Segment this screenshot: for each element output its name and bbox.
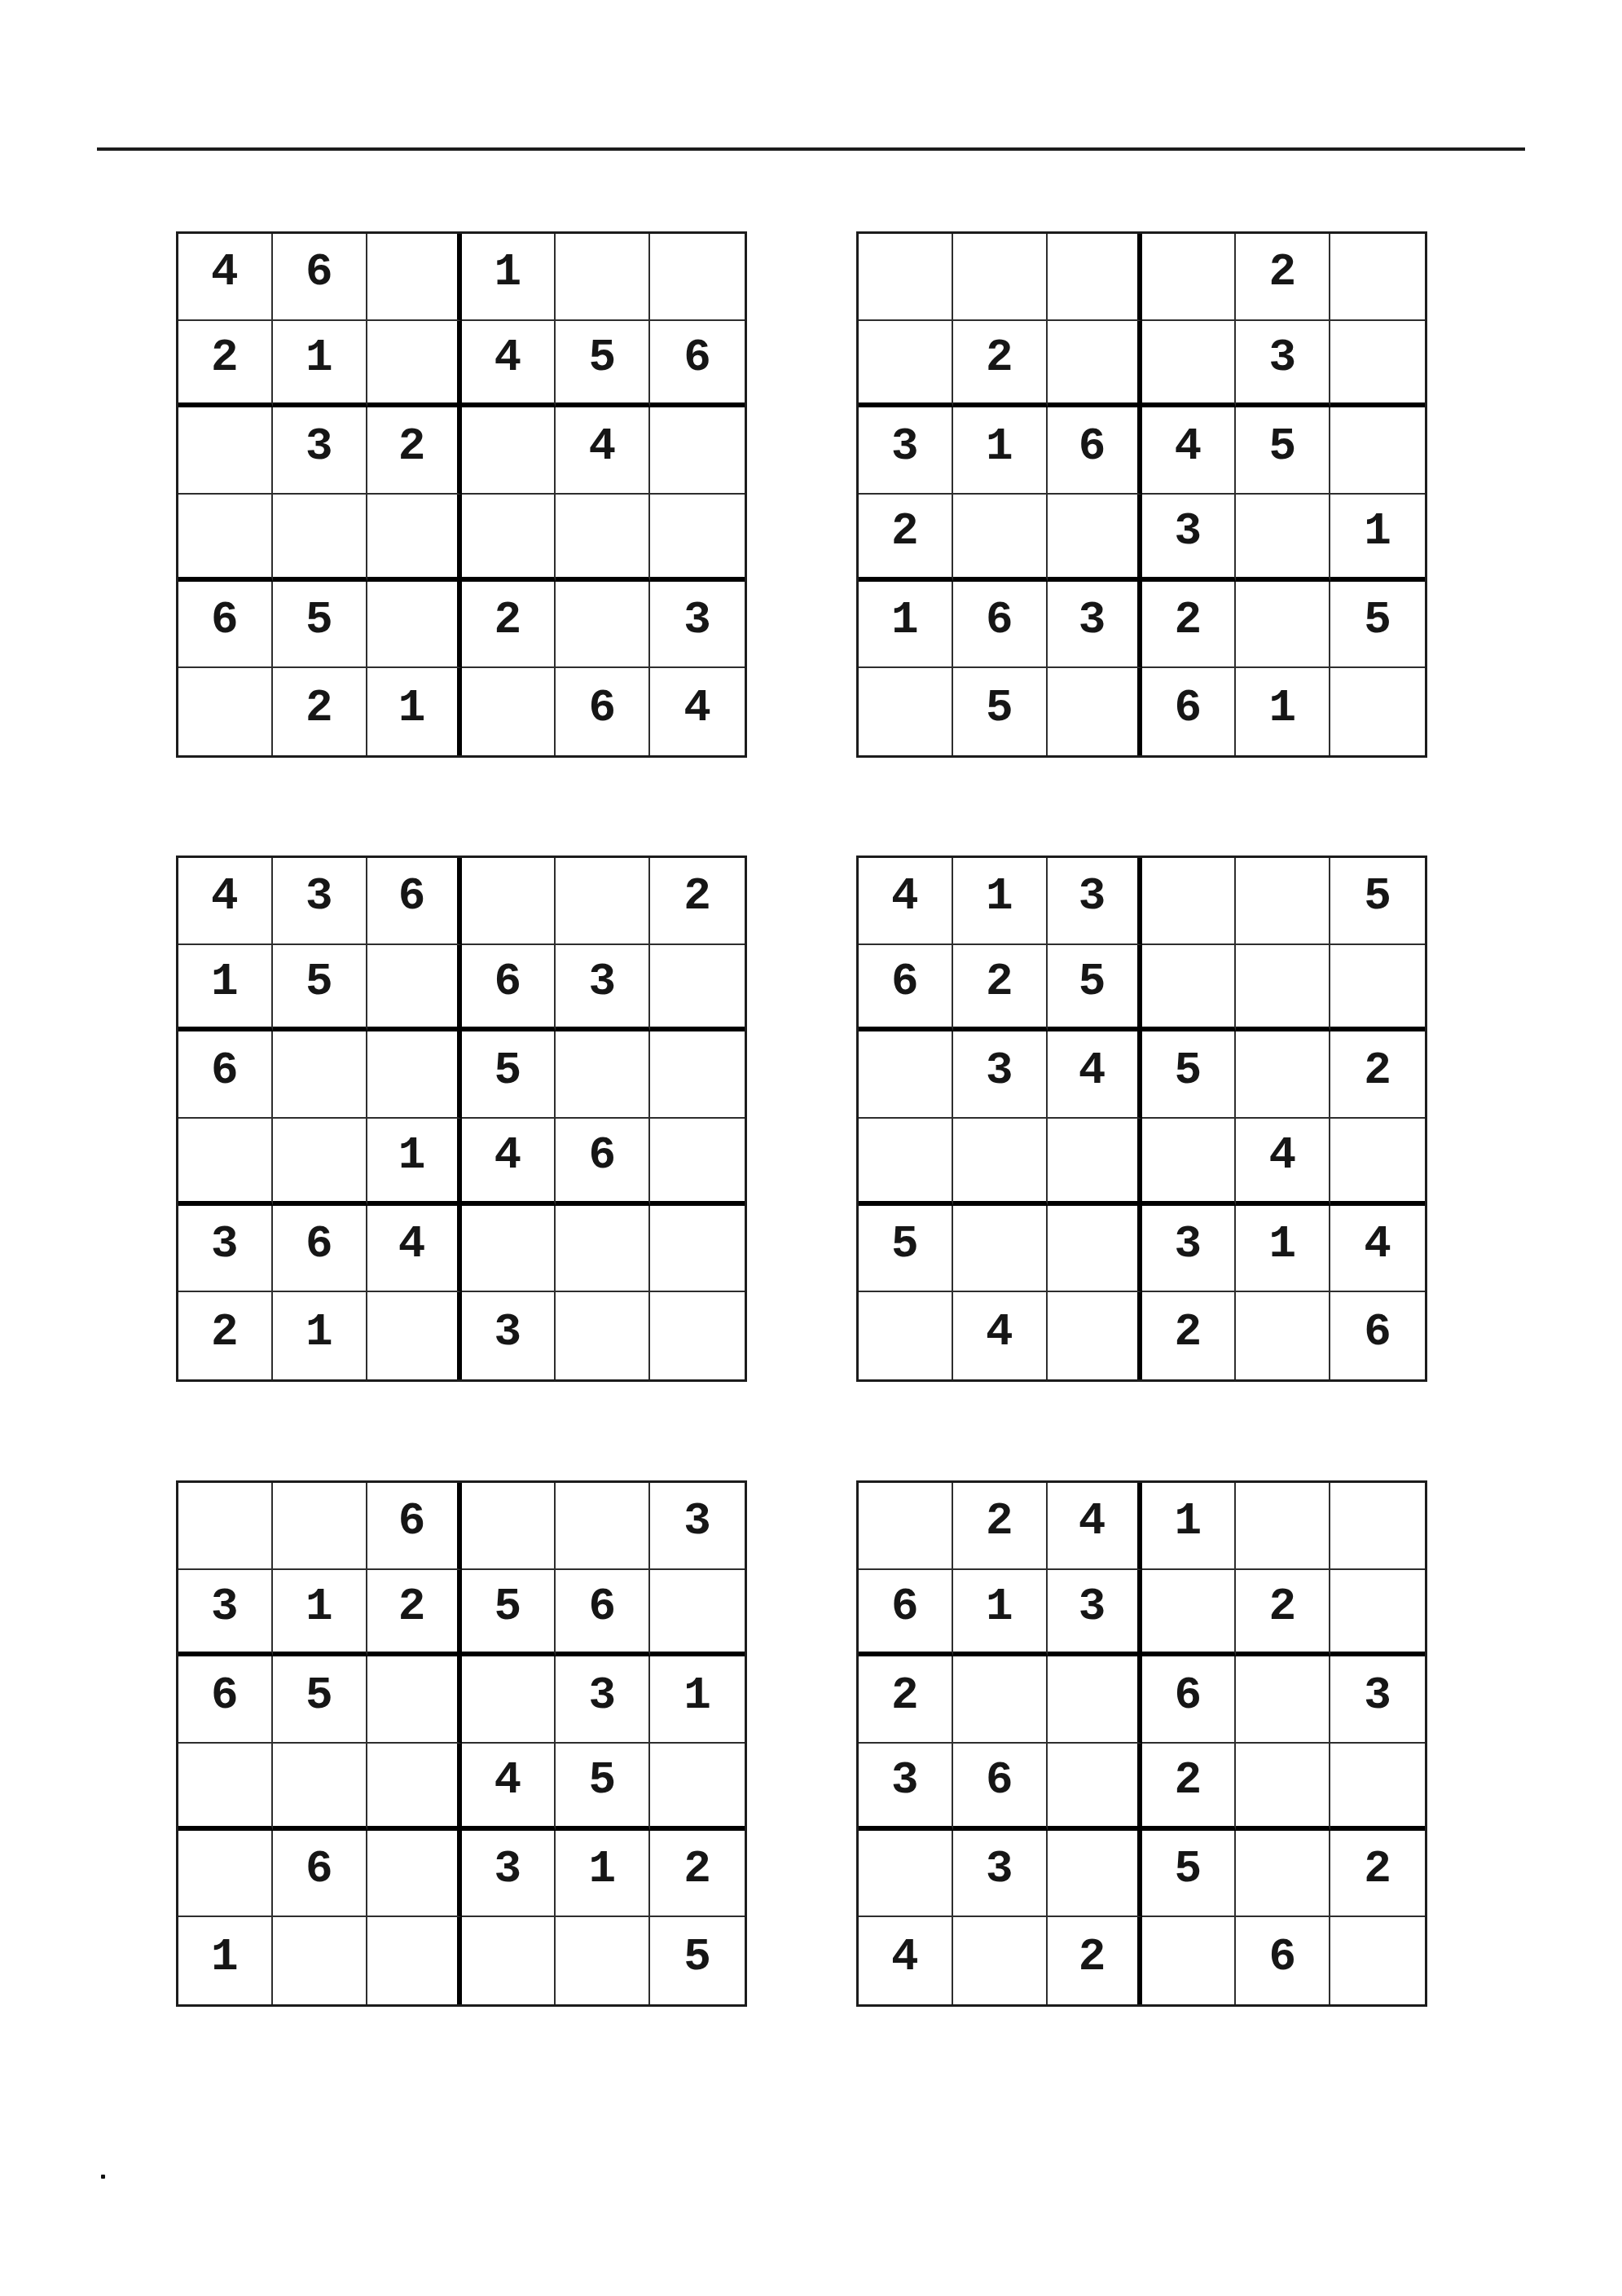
grid2-cell-r6c5: 1 [1236,668,1330,755]
grid5-cell-r6c2 [273,1917,367,2004]
grid6-cell-r5c2: 3 [953,1831,1048,1918]
grid2-cell-r4c1: 2 [859,495,953,582]
grid2-cell-r5c1: 1 [859,582,953,669]
grid6-cell-r4c5 [1236,1744,1330,1831]
grid3-cell-r5c3: 4 [367,1206,462,1293]
grid2-cell-r3c4: 4 [1142,407,1237,495]
grid6-cell-r2c2: 1 [953,1570,1048,1657]
grid4-cell-r3c5 [1236,1031,1330,1119]
grid3-cell-r3c2 [273,1031,367,1119]
grid4-cell-r4c3 [1048,1119,1142,1206]
grid4-cell-r6c4: 2 [1142,1292,1237,1379]
grid4-cell-r3c6: 2 [1330,1031,1425,1119]
grid6-cell-r1c1 [859,1483,953,1570]
grid4-cell-r4c2 [953,1119,1048,1206]
grid1-cell-r6c1 [178,668,273,755]
grid6-cell-r5c5 [1236,1831,1330,1918]
grid4-cell-r1c4 [1142,858,1237,945]
grid4-cell-r3c3: 4 [1048,1031,1142,1119]
grid3-cell-r1c3: 6 [367,858,462,945]
grid3-cell-r5c1: 3 [178,1206,273,1293]
grid3-cell-r2c5: 3 [556,945,650,1032]
grid2-cell-r4c2 [953,495,1048,582]
grid2-cell-r3c2: 1 [953,407,1048,495]
grid2-cell-r2c6 [1330,321,1425,408]
grid4-cell-r1c3: 3 [1048,858,1142,945]
grid1-cell-r2c6: 6 [650,321,745,408]
grid6-cell-r4c6 [1330,1744,1425,1831]
grid4-cell-r5c1: 5 [859,1206,953,1293]
grid6-cell-r5c1 [859,1831,953,1918]
grid1-cell-r1c5 [556,234,650,321]
grid5-cell-r1c4 [462,1483,556,1570]
grid6-cell-r1c4: 1 [1142,1483,1237,1570]
grid6-cell-r5c3 [1048,1831,1142,1918]
grid5-cell-r3c3 [367,1656,462,1744]
grid6-cell-r3c1: 2 [859,1656,953,1744]
grid4-cell-r5c4: 3 [1142,1206,1237,1293]
grid1-cell-r6c3: 1 [367,668,462,755]
grid3-cell-r5c2: 6 [273,1206,367,1293]
grid4-cell-r2c6 [1330,945,1425,1032]
grid4-cell-r3c4: 5 [1142,1031,1237,1119]
grid3-cell-r6c4: 3 [462,1292,556,1379]
grid5-cell-r1c3: 6 [367,1483,462,1570]
grid1-cell-r3c4 [462,407,556,495]
grid5-cell-r2c6 [650,1570,745,1657]
grid2-cell-r6c3 [1048,668,1142,755]
grid4-cell-r2c3: 5 [1048,945,1142,1032]
grid3-cell-r1c2: 3 [273,858,367,945]
grid5-cell-r6c5 [556,1917,650,2004]
grid3-cell-r6c2: 1 [273,1292,367,1379]
sudoku-grid-2: 2233164523116325561 [856,231,1427,758]
grid5-cell-r3c6: 1 [650,1656,745,1744]
grid4-cell-r4c4 [1142,1119,1237,1206]
grid4-cell-r3c1 [859,1031,953,1119]
grid3-cell-r1c5 [556,858,650,945]
grid6-cell-r4c1: 3 [859,1744,953,1831]
grid6-cell-r2c1: 6 [859,1570,953,1657]
grid5-cell-r6c1: 1 [178,1917,273,2004]
grid1-cell-r3c6 [650,407,745,495]
grid6-cell-r2c3: 3 [1048,1570,1142,1657]
grid2-cell-r3c5: 5 [1236,407,1330,495]
grid2-cell-r4c4: 3 [1142,495,1237,582]
grid6-cell-r4c3 [1048,1744,1142,1831]
grid1-cell-r2c2: 1 [273,321,367,408]
grid6-cell-r3c2 [953,1656,1048,1744]
grid6-cell-r6c3: 2 [1048,1917,1142,2004]
grid3-cell-r6c1: 2 [178,1292,273,1379]
grid3-cell-r2c6 [650,945,745,1032]
grid2-cell-r5c4: 2 [1142,582,1237,669]
grid5-cell-r4c4: 4 [462,1744,556,1831]
grid4-cell-r6c1 [859,1292,953,1379]
grid2-cell-r6c2: 5 [953,668,1048,755]
grid2-cell-r1c4 [1142,234,1237,321]
grid3-cell-r3c5 [556,1031,650,1119]
sudoku-grid-6: 2416132263362352426 [856,1480,1427,2007]
grid2-cell-r4c6: 1 [1330,495,1425,582]
grid1-cell-r1c6 [650,234,745,321]
grid2-cell-r1c5: 2 [1236,234,1330,321]
grid2-cell-r5c2: 6 [953,582,1048,669]
grid2-cell-r5c3: 3 [1048,582,1142,669]
grid3-cell-r6c3 [367,1292,462,1379]
grid4-cell-r5c3 [1048,1206,1142,1293]
sudoku-grid-3: 4362156365146364213 [176,856,747,1382]
grid3-cell-r2c4: 6 [462,945,556,1032]
grid5-cell-r5c3 [367,1831,462,1918]
grid1-cell-r5c3 [367,582,462,669]
sudoku-grid-4: 4135625345245314426 [856,856,1427,1382]
grid2-cell-r5c5 [1236,582,1330,669]
grid5-cell-r6c3 [367,1917,462,2004]
grid2-cell-r1c3 [1048,234,1142,321]
grid6-cell-r1c3: 4 [1048,1483,1142,1570]
grid5-cell-r3c5: 3 [556,1656,650,1744]
grid6-cell-r3c5 [1236,1656,1330,1744]
grid6-cell-r6c4 [1142,1917,1237,2004]
grid6-cell-r3c4: 6 [1142,1656,1237,1744]
grid3-cell-r4c4: 4 [462,1119,556,1206]
grid6-cell-r6c1: 4 [859,1917,953,2004]
grid1-cell-r1c2: 6 [273,234,367,321]
grid6-cell-r3c6: 3 [1330,1656,1425,1744]
grid3-cell-r5c6 [650,1206,745,1293]
grid6-cell-r2c4 [1142,1570,1237,1657]
grid2-cell-r6c1 [859,668,953,755]
grid4-cell-r5c2 [953,1206,1048,1293]
grid1-cell-r4c3 [367,495,462,582]
grid5-cell-r5c1 [178,1831,273,1918]
grid5-cell-r1c2 [273,1483,367,1570]
grid2-cell-r6c4: 6 [1142,668,1237,755]
grid5-cell-r5c4: 3 [462,1831,556,1918]
grid3-cell-r5c4 [462,1206,556,1293]
grid3-cell-r3c1: 6 [178,1031,273,1119]
sudoku-grid-1: 4612145632465232164 [176,231,747,758]
grid5-cell-r1c5 [556,1483,650,1570]
grid3-cell-r4c6 [650,1119,745,1206]
grid4-cell-r6c5 [1236,1292,1330,1379]
grid2-cell-r2c5: 3 [1236,321,1330,408]
grid1-cell-r5c5 [556,582,650,669]
grid6-cell-r4c2: 6 [953,1744,1048,1831]
grid1-cell-r6c5: 6 [556,668,650,755]
grid6-cell-r3c3 [1048,1656,1142,1744]
grid6-cell-r1c2: 2 [953,1483,1048,1570]
grid3-cell-r3c6 [650,1031,745,1119]
grid4-cell-r4c5: 4 [1236,1119,1330,1206]
grid1-cell-r5c4: 2 [462,582,556,669]
grid4-cell-r1c2: 1 [953,858,1048,945]
grid2-cell-r2c3 [1048,321,1142,408]
grid1-cell-r6c4 [462,668,556,755]
grid6-cell-r2c5: 2 [1236,1570,1330,1657]
grid2-cell-r4c5 [1236,495,1330,582]
grid1-cell-r2c3 [367,321,462,408]
grid3-cell-r2c3 [367,945,462,1032]
grid4-cell-r6c6: 6 [1330,1292,1425,1379]
grid5-cell-r4c1 [178,1744,273,1831]
grid1-cell-r4c2 [273,495,367,582]
grid1-cell-r5c6: 3 [650,582,745,669]
grid1-cell-r4c5 [556,495,650,582]
grid3-cell-r6c6 [650,1292,745,1379]
grid5-cell-r2c3: 2 [367,1570,462,1657]
grid3-cell-r3c3 [367,1031,462,1119]
grid2-cell-r3c1: 3 [859,407,953,495]
grid1-cell-r3c3: 2 [367,407,462,495]
grid2-cell-r3c3: 6 [1048,407,1142,495]
grid6-cell-r5c4: 5 [1142,1831,1237,1918]
grid1-cell-r4c1 [178,495,273,582]
grid5-cell-r1c6: 3 [650,1483,745,1570]
grid5-cell-r4c5: 5 [556,1744,650,1831]
grid2-cell-r2c2: 2 [953,321,1048,408]
grid3-cell-r4c1 [178,1119,273,1206]
grid3-cell-r2c2: 5 [273,945,367,1032]
grid6-cell-r5c6: 2 [1330,1831,1425,1918]
grid1-cell-r6c6: 4 [650,668,745,755]
grid5-cell-r2c4: 5 [462,1570,556,1657]
stray-dot [101,2175,105,2179]
grid6-cell-r4c4: 2 [1142,1744,1237,1831]
grid3-cell-r1c6: 2 [650,858,745,945]
grid3-cell-r4c3: 1 [367,1119,462,1206]
grid2-cell-r1c2 [953,234,1048,321]
grid4-cell-r2c2: 2 [953,945,1048,1032]
grid4-cell-r5c5: 1 [1236,1206,1330,1293]
grid5-cell-r5c2: 6 [273,1831,367,1918]
grid1-cell-r5c2: 5 [273,582,367,669]
grid1-cell-r2c1: 2 [178,321,273,408]
grid5-cell-r2c5: 6 [556,1570,650,1657]
grid3-cell-r1c1: 4 [178,858,273,945]
grid5-cell-r4c2 [273,1744,367,1831]
grid4-cell-r1c1: 4 [859,858,953,945]
grid5-cell-r6c4 [462,1917,556,2004]
grid1-cell-r1c1: 4 [178,234,273,321]
grid2-cell-r1c6 [1330,234,1425,321]
grid1-cell-r4c4 [462,495,556,582]
grid4-cell-r6c3 [1048,1292,1142,1379]
grid6-cell-r1c6 [1330,1483,1425,1570]
grid2-cell-r6c6 [1330,668,1425,755]
grid6-cell-r2c6 [1330,1570,1425,1657]
grid3-cell-r4c2 [273,1119,367,1206]
header-rule-line [97,147,1525,151]
grid4-cell-r4c6 [1330,1119,1425,1206]
grid2-cell-r2c1 [859,321,953,408]
grid1-cell-r6c2: 2 [273,668,367,755]
grid2-cell-r1c1 [859,234,953,321]
grid5-cell-r2c2: 1 [273,1570,367,1657]
grid5-cell-r2c1: 3 [178,1570,273,1657]
grid4-cell-r4c1 [859,1119,953,1206]
grid4-cell-r1c5 [1236,858,1330,945]
grid3-cell-r6c5 [556,1292,650,1379]
grid1-cell-r2c4: 4 [462,321,556,408]
grid5-cell-r3c4 [462,1656,556,1744]
grid1-cell-r1c3 [367,234,462,321]
grid2-cell-r4c3 [1048,495,1142,582]
grid4-cell-r5c6: 4 [1330,1206,1425,1293]
grid5-cell-r3c1: 6 [178,1656,273,1744]
grid5-cell-r5c5: 1 [556,1831,650,1918]
sudoku-grid-5: 6331256653145631215 [176,1480,747,2007]
grid3-cell-r4c5: 6 [556,1119,650,1206]
grid3-cell-r2c1: 1 [178,945,273,1032]
grid3-cell-r5c5 [556,1206,650,1293]
grid5-cell-r4c6 [650,1744,745,1831]
puzzle-sheet-page: 4612145632465232164 2233164523116325561 … [0,0,1622,2296]
grid3-cell-r3c4: 5 [462,1031,556,1119]
grid6-cell-r6c2 [953,1917,1048,2004]
grid6-cell-r1c5 [1236,1483,1330,1570]
grid1-cell-r1c4: 1 [462,234,556,321]
grid1-cell-r2c5: 5 [556,321,650,408]
grid1-cell-r5c1: 6 [178,582,273,669]
grid6-cell-r6c6 [1330,1917,1425,2004]
grid2-cell-r2c4 [1142,321,1237,408]
grid4-cell-r1c6: 5 [1330,858,1425,945]
grid4-cell-r2c4 [1142,945,1237,1032]
grid4-cell-r2c5 [1236,945,1330,1032]
grid6-cell-r6c5: 6 [1236,1917,1330,2004]
grid5-cell-r5c6: 2 [650,1831,745,1918]
grid5-cell-r3c2: 5 [273,1656,367,1744]
grid4-cell-r2c1: 6 [859,945,953,1032]
grid3-cell-r1c4 [462,858,556,945]
grid2-cell-r5c6: 5 [1330,582,1425,669]
grid1-cell-r3c1 [178,407,273,495]
grid4-cell-r6c2: 4 [953,1292,1048,1379]
grid1-cell-r3c2: 3 [273,407,367,495]
grid1-cell-r4c6 [650,495,745,582]
grid5-cell-r4c3 [367,1744,462,1831]
grid5-cell-r1c1 [178,1483,273,1570]
grid2-cell-r3c6 [1330,407,1425,495]
grid4-cell-r3c2: 3 [953,1031,1048,1119]
grid1-cell-r3c5: 4 [556,407,650,495]
grid5-cell-r6c6: 5 [650,1917,745,2004]
